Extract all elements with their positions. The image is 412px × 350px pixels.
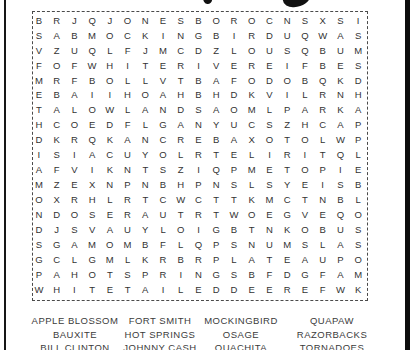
grid-cell[interactable]: S — [30, 237, 48, 252]
grid-cell[interactable]: S — [349, 58, 367, 73]
grid-cell[interactable]: Q — [207, 162, 225, 177]
grid-cell[interactable]: W — [332, 282, 350, 297]
grid-cell[interactable]: R — [243, 58, 261, 73]
grid-cell[interactable]: Z — [207, 43, 225, 58]
grid-cell[interactable]: O — [296, 222, 314, 237]
grid-cell[interactable]: I — [314, 177, 332, 192]
grid-cell[interactable]: V — [83, 222, 101, 237]
grid-cell[interactable]: K — [136, 28, 154, 43]
grid-cell[interactable]: G — [207, 222, 225, 237]
grid-cell[interactable]: D — [30, 133, 48, 148]
grid-cell[interactable]: E — [296, 177, 314, 192]
grid-cell[interactable]: E — [83, 118, 101, 133]
grid-cell[interactable]: E — [154, 13, 172, 28]
grid-cell[interactable]: E — [154, 58, 172, 73]
grid-cell[interactable]: F — [48, 162, 66, 177]
grid-cell[interactable]: H — [172, 88, 190, 103]
grid-cell[interactable]: Y — [278, 177, 296, 192]
grid-cell[interactable]: K — [101, 162, 119, 177]
grid-cell[interactable]: S — [349, 222, 367, 237]
grid-cell[interactable]: H — [65, 267, 83, 282]
grid-cell[interactable]: A — [65, 88, 83, 103]
grid-cell[interactable]: V — [30, 43, 48, 58]
grid-cell[interactable]: N — [190, 267, 208, 282]
grid-cell[interactable]: S — [172, 13, 190, 28]
grid-cell[interactable]: U — [65, 43, 83, 58]
grid-cell[interactable]: M — [349, 43, 367, 58]
grid-cell[interactable]: P — [349, 133, 367, 148]
grid-cell[interactable]: R — [243, 28, 261, 43]
grid-cell[interactable]: F — [30, 58, 48, 73]
grid-cell[interactable]: N — [243, 237, 261, 252]
grid-cell[interactable]: L — [136, 73, 154, 88]
grid-cell[interactable]: O — [30, 192, 48, 207]
grid-cell[interactable]: W — [83, 58, 101, 73]
grid-cell[interactable]: I — [154, 282, 172, 297]
grid-cell[interactable]: M — [349, 267, 367, 282]
grid-cell[interactable]: O — [101, 28, 119, 43]
grid-cell[interactable]: S — [278, 43, 296, 58]
grid-cell[interactable]: F — [314, 282, 332, 297]
grid-cell[interactable]: P — [349, 118, 367, 133]
grid-cell[interactable]: L — [172, 237, 190, 252]
grid-cell[interactable]: H — [48, 282, 66, 297]
grid-cell[interactable]: S — [119, 267, 137, 282]
grid-cell[interactable]: P — [207, 252, 225, 267]
grid-cell[interactable]: N — [261, 222, 279, 237]
grid-cell[interactable]: F — [65, 73, 83, 88]
grid-cell[interactable]: N — [136, 177, 154, 192]
grid-cell[interactable]: S — [30, 28, 48, 43]
grid-cell[interactable]: S — [190, 103, 208, 118]
grid-cell[interactable]: X — [243, 133, 261, 148]
grid-cell[interactable]: H — [207, 88, 225, 103]
grid-cell[interactable]: C — [48, 252, 66, 267]
grid-cell[interactable]: L — [314, 237, 332, 252]
grid-cell[interactable]: C — [278, 192, 296, 207]
grid-cell[interactable]: L — [225, 43, 243, 58]
grid-cell[interactable]: Y — [207, 118, 225, 133]
grid-cell[interactable]: W — [314, 28, 332, 43]
grid-cell[interactable]: Q — [190, 237, 208, 252]
grid-cell[interactable]: Q — [332, 148, 350, 163]
grid-cell[interactable]: M — [101, 252, 119, 267]
grid-cell[interactable]: M — [30, 177, 48, 192]
grid-cell[interactable]: B — [296, 73, 314, 88]
grid-cell[interactable]: A — [207, 103, 225, 118]
grid-cell[interactable]: N — [207, 177, 225, 192]
grid-cell[interactable]: L — [172, 282, 190, 297]
grid-cell[interactable]: E — [261, 207, 279, 222]
grid-cell[interactable]: N — [278, 13, 296, 28]
grid-cell[interactable]: E — [261, 162, 279, 177]
grid-cell[interactable]: O — [101, 237, 119, 252]
grid-cell[interactable]: A — [349, 103, 367, 118]
grid-cell[interactable]: D — [261, 28, 279, 43]
grid-cell[interactable]: N — [332, 88, 350, 103]
grid-cell[interactable]: I — [30, 148, 48, 163]
grid-cell[interactable]: B — [65, 28, 83, 43]
grid-cell[interactable]: B — [30, 13, 48, 28]
grid-cell[interactable]: U — [225, 118, 243, 133]
grid-cell[interactable]: S — [296, 237, 314, 252]
grid-cell[interactable]: U — [154, 207, 172, 222]
grid-cell[interactable]: S — [225, 237, 243, 252]
grid-cell[interactable]: R — [190, 148, 208, 163]
grid-cell[interactable]: E — [243, 282, 261, 297]
grid-cell[interactable]: S — [261, 177, 279, 192]
grid-cell[interactable]: Q — [83, 43, 101, 58]
grid-cell[interactable]: L — [65, 103, 83, 118]
grid-cell[interactable]: N — [172, 28, 190, 43]
grid-cell[interactable]: L — [243, 148, 261, 163]
grid-cell[interactable]: K — [349, 282, 367, 297]
grid-cell[interactable]: Q — [296, 43, 314, 58]
grid-cell[interactable]: U — [119, 222, 137, 237]
grid-cell[interactable]: T — [136, 162, 154, 177]
grid-cell[interactable]: D — [30, 222, 48, 237]
grid-cell[interactable]: P — [225, 162, 243, 177]
grid-cell[interactable]: J — [101, 13, 119, 28]
grid-cell[interactable]: M — [83, 237, 101, 252]
grid-cell[interactable]: E — [278, 252, 296, 267]
grid-cell[interactable]: G — [154, 118, 172, 133]
grid-cell[interactable]: L — [349, 192, 367, 207]
grid-cell[interactable]: J — [48, 222, 66, 237]
grid-cell[interactable]: I — [65, 282, 83, 297]
grid-cell[interactable]: K — [332, 73, 350, 88]
grid-cell[interactable]: H — [119, 88, 137, 103]
grid-cell[interactable]: P — [30, 267, 48, 282]
grid-cell[interactable]: E — [190, 133, 208, 148]
grid-cell[interactable]: A — [83, 148, 101, 163]
grid-cell[interactable]: D — [172, 103, 190, 118]
grid-cell[interactable]: T — [314, 148, 332, 163]
grid-cell[interactable]: D — [207, 282, 225, 297]
grid-cell[interactable]: A — [119, 133, 137, 148]
grid-cell[interactable]: O — [83, 267, 101, 282]
grid-cell[interactable]: S — [332, 13, 350, 28]
grid-cell[interactable]: X — [314, 13, 332, 28]
grid-cell[interactable]: Z — [48, 177, 66, 192]
grid-cell[interactable]: E — [261, 58, 279, 73]
grid-cell[interactable]: T — [136, 58, 154, 73]
grid-cell[interactable]: A — [296, 103, 314, 118]
grid-cell[interactable]: A — [332, 237, 350, 252]
grid-cell[interactable]: E — [349, 162, 367, 177]
grid-cell[interactable]: Y — [136, 148, 154, 163]
grid-cell[interactable]: M — [30, 73, 48, 88]
grid-cell[interactable]: S — [154, 162, 172, 177]
grid-cell[interactable]: M — [83, 28, 101, 43]
grid-cell[interactable]: I — [154, 28, 172, 43]
grid-cell[interactable]: D — [190, 43, 208, 58]
grid-cell[interactable]: U — [332, 43, 350, 58]
grid-cell[interactable]: V — [296, 207, 314, 222]
grid-cell[interactable]: B — [243, 267, 261, 282]
grid-cell[interactable]: H — [296, 118, 314, 133]
grid-cell[interactable]: F — [119, 43, 137, 58]
grid-cell[interactable]: I — [190, 58, 208, 73]
grid-cell[interactable]: B — [225, 222, 243, 237]
grid-cell[interactable]: C — [119, 28, 137, 43]
grid-cell[interactable]: D — [101, 118, 119, 133]
grid-cell[interactable]: E — [65, 177, 83, 192]
grid-cell[interactable]: I — [278, 88, 296, 103]
grid-cell[interactable]: D — [48, 207, 66, 222]
grid-cell[interactable]: A — [101, 222, 119, 237]
grid-cell[interactable]: T — [101, 267, 119, 282]
grid-cell[interactable]: T — [83, 282, 101, 297]
grid-cell[interactable]: O — [296, 162, 314, 177]
grid-cell[interactable]: N — [101, 177, 119, 192]
grid-cell[interactable]: P — [278, 103, 296, 118]
grid-cell[interactable]: O — [172, 222, 190, 237]
grid-cell[interactable]: I — [190, 162, 208, 177]
grid-cell[interactable]: K — [278, 222, 296, 237]
grid-cell[interactable]: I — [83, 162, 101, 177]
grid-cell[interactable]: C — [243, 118, 261, 133]
grid-cell[interactable]: D — [225, 282, 243, 297]
grid-cell[interactable]: I — [172, 267, 190, 282]
grid-cell[interactable]: T — [243, 222, 261, 237]
grid-cell[interactable]: O — [243, 13, 261, 28]
grid-cell[interactable]: F — [119, 118, 137, 133]
grid-cell[interactable]: M — [119, 237, 137, 252]
grid-cell[interactable]: A — [332, 267, 350, 282]
grid-cell[interactable]: O — [48, 58, 66, 73]
grid-cell[interactable]: R — [225, 13, 243, 28]
grid-cell[interactable]: R — [190, 252, 208, 267]
grid-cell[interactable]: I — [332, 162, 350, 177]
grid-cell[interactable]: S — [349, 237, 367, 252]
grid-cell[interactable]: S — [65, 222, 83, 237]
grid-cell[interactable]: L — [296, 88, 314, 103]
grid-cell[interactable]: R — [154, 252, 172, 267]
grid-cell[interactable]: A — [332, 118, 350, 133]
grid-cell[interactable]: B — [349, 177, 367, 192]
grid-cell[interactable]: R — [172, 133, 190, 148]
grid-cell[interactable]: O — [101, 73, 119, 88]
grid-cell[interactable]: N — [190, 118, 208, 133]
grid-cell[interactable]: L — [349, 148, 367, 163]
grid-cell[interactable]: B — [314, 58, 332, 73]
grid-cell[interactable]: O — [243, 207, 261, 222]
grid-cell[interactable]: E — [30, 88, 48, 103]
grid-cell[interactable]: G — [296, 267, 314, 282]
grid-cell[interactable]: A — [48, 103, 66, 118]
grid-cell[interactable]: F — [314, 267, 332, 282]
grid-cell[interactable]: R — [278, 282, 296, 297]
grid-cell[interactable]: D — [225, 88, 243, 103]
grid-cell[interactable]: D — [261, 73, 279, 88]
grid-cell[interactable]: O — [261, 133, 279, 148]
grid-cell[interactable]: T — [136, 192, 154, 207]
grid-cell[interactable]: F — [154, 237, 172, 252]
grid-cell[interactable]: M — [278, 237, 296, 252]
grid-cell[interactable]: B — [48, 88, 66, 103]
grid-cell[interactable]: J — [136, 43, 154, 58]
grid-cell[interactable]: H — [83, 192, 101, 207]
grid-cell[interactable]: D — [349, 73, 367, 88]
grid-cell[interactable]: I — [261, 148, 279, 163]
grid-cell[interactable]: O — [349, 252, 367, 267]
grid-cell[interactable]: U — [314, 252, 332, 267]
grid-cell[interactable]: I — [101, 88, 119, 103]
grid-cell[interactable]: S — [349, 28, 367, 43]
grid-cell[interactable]: T — [207, 192, 225, 207]
grid-cell[interactable]: I — [190, 222, 208, 237]
grid-cell[interactable]: R — [65, 133, 83, 148]
grid-cell[interactable]: O — [65, 207, 83, 222]
grid-cell[interactable]: U — [261, 43, 279, 58]
grid-cell[interactable]: P — [207, 237, 225, 252]
grid-cell[interactable]: A — [172, 118, 190, 133]
grid-cell[interactable]: B — [207, 28, 225, 43]
grid-cell[interactable]: M — [261, 192, 279, 207]
grid-cell[interactable]: V — [261, 88, 279, 103]
grid-cell[interactable]: G — [190, 28, 208, 43]
grid-cell[interactable]: W — [30, 282, 48, 297]
grid-cell[interactable]: B — [332, 192, 350, 207]
grid-cell[interactable]: O — [278, 73, 296, 88]
grid-cell[interactable]: I — [65, 148, 83, 163]
grid-cell[interactable]: Q — [83, 13, 101, 28]
grid-cell[interactable]: B — [83, 73, 101, 88]
grid-cell[interactable]: L — [119, 252, 137, 267]
grid-cell[interactable]: R — [314, 88, 332, 103]
grid-cell[interactable]: G — [207, 267, 225, 282]
grid-cell[interactable]: F — [225, 73, 243, 88]
grid-cell[interactable]: C — [190, 192, 208, 207]
grid-cell[interactable]: W — [172, 192, 190, 207]
grid-cell[interactable]: C — [261, 13, 279, 28]
grid-cell[interactable]: A — [136, 103, 154, 118]
grid-cell[interactable]: S — [261, 118, 279, 133]
grid-cell[interactable]: B — [207, 133, 225, 148]
grid-cell[interactable]: E — [190, 282, 208, 297]
grid-cell[interactable]: N — [136, 13, 154, 28]
grid-cell[interactable]: T — [119, 282, 137, 297]
grid-cell[interactable]: A — [48, 28, 66, 43]
grid-cell[interactable]: D — [278, 267, 296, 282]
grid-cell[interactable]: T — [172, 73, 190, 88]
grid-cell[interactable]: L — [243, 177, 261, 192]
grid-cell[interactable]: K — [48, 133, 66, 148]
grid-cell[interactable]: A — [296, 252, 314, 267]
grid-cell[interactable]: F — [296, 58, 314, 73]
grid-cell[interactable]: O — [243, 73, 261, 88]
grid-cell[interactable]: F — [261, 267, 279, 282]
grid-cell[interactable]: S — [83, 207, 101, 222]
grid-cell[interactable]: N — [119, 162, 137, 177]
grid-cell[interactable]: U — [278, 28, 296, 43]
grid-cell[interactable]: T — [172, 207, 190, 222]
grid-cell[interactable]: B — [314, 222, 332, 237]
grid-cell[interactable]: K — [136, 252, 154, 267]
grid-cell[interactable]: T — [225, 192, 243, 207]
grid-cell[interactable]: M — [243, 103, 261, 118]
grid-cell[interactable]: A — [30, 162, 48, 177]
grid-cell[interactable]: R — [65, 192, 83, 207]
grid-cell[interactable]: A — [243, 252, 261, 267]
grid-cell[interactable]: P — [136, 267, 154, 282]
grid-cell[interactable]: O — [119, 13, 137, 28]
grid-cell[interactable]: B — [154, 177, 172, 192]
grid-cell[interactable]: L — [154, 222, 172, 237]
grid-cell[interactable]: P — [119, 177, 137, 192]
grid-cell[interactable]: O — [349, 207, 367, 222]
grid-cell[interactable]: U — [261, 237, 279, 252]
grid-cell[interactable]: C — [154, 133, 172, 148]
grid-cell[interactable]: H — [101, 58, 119, 73]
grid-cell[interactable]: Q — [314, 73, 332, 88]
grid-cell[interactable]: Q — [332, 207, 350, 222]
grid-cell[interactable]: M — [243, 162, 261, 177]
grid-cell[interactable]: N — [136, 133, 154, 148]
grid-cell[interactable]: R — [119, 192, 137, 207]
grid-cell[interactable]: R — [119, 207, 137, 222]
grid-cell[interactable]: I — [83, 88, 101, 103]
grid-cell[interactable]: A — [48, 267, 66, 282]
grid-cell[interactable]: T — [278, 162, 296, 177]
grid-cell[interactable]: L — [172, 148, 190, 163]
grid-cell[interactable]: V — [65, 162, 83, 177]
grid-cell[interactable]: R — [48, 73, 66, 88]
grid-cell[interactable]: W — [332, 133, 350, 148]
grid-cell[interactable]: A — [332, 28, 350, 43]
grid-cell[interactable]: N — [30, 207, 48, 222]
grid-cell[interactable]: A — [207, 73, 225, 88]
grid-cell[interactable]: S — [296, 13, 314, 28]
grid-cell[interactable]: K — [332, 103, 350, 118]
grid-cell[interactable]: O — [65, 118, 83, 133]
grid-cell[interactable]: X — [48, 192, 66, 207]
grid-cell[interactable]: R — [278, 148, 296, 163]
grid-cell[interactable]: K — [243, 192, 261, 207]
grid-cell[interactable]: C — [154, 192, 172, 207]
grid-cell[interactable]: L — [136, 118, 154, 133]
grid-cell[interactable]: E — [314, 207, 332, 222]
grid-cell[interactable]: E — [332, 58, 350, 73]
grid-cell[interactable]: R — [154, 267, 172, 282]
grid-cell[interactable]: J — [65, 13, 83, 28]
grid-cell[interactable]: U — [119, 148, 137, 163]
grid-cell[interactable]: G — [278, 207, 296, 222]
grid-cell[interactable]: L — [314, 133, 332, 148]
grid-cell[interactable]: L — [101, 43, 119, 58]
grid-cell[interactable]: S — [225, 267, 243, 282]
grid-cell[interactable]: T — [261, 252, 279, 267]
grid-cell[interactable]: S — [332, 177, 350, 192]
grid-cell[interactable]: L — [101, 192, 119, 207]
grid-cell[interactable]: E — [101, 282, 119, 297]
grid-cell[interactable]: R — [314, 103, 332, 118]
grid-cell[interactable]: W — [101, 103, 119, 118]
grid-cell[interactable]: N — [154, 103, 172, 118]
grid-cell[interactable]: V — [207, 58, 225, 73]
grid-cell[interactable]: A — [225, 133, 243, 148]
grid-cell[interactable]: I — [349, 13, 367, 28]
grid-cell[interactable]: N — [314, 192, 332, 207]
grid-cell[interactable]: H — [349, 88, 367, 103]
grid-cell[interactable]: X — [83, 177, 101, 192]
grid-cell[interactable]: O — [136, 88, 154, 103]
grid-cell[interactable]: K — [101, 133, 119, 148]
grid-cell[interactable]: A — [154, 88, 172, 103]
grid-cell[interactable]: O — [296, 133, 314, 148]
grid-cell[interactable]: Q — [296, 28, 314, 43]
